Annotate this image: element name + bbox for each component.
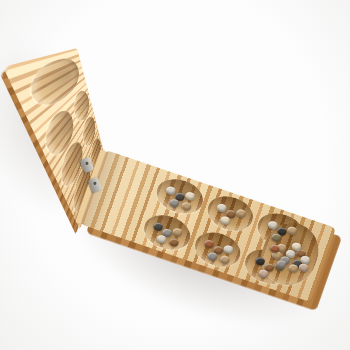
product-photo-scene <box>0 0 350 350</box>
